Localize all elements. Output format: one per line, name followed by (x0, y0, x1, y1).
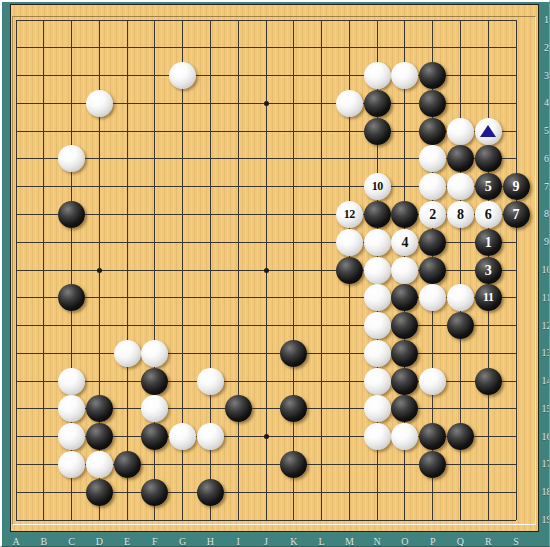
stone-black-R6 (475, 145, 502, 172)
column-label-A: A (12, 537, 19, 547)
column-label-P: P (430, 537, 436, 547)
go-applet-window: 105912286741311 ABCDEFGHIJKLMNOPQRS12345… (0, 0, 550, 547)
stone-black-O13 (391, 340, 418, 367)
stone-white-P14 (419, 368, 446, 395)
stone-black-F16 (141, 423, 168, 450)
stone-white-Q5 (447, 118, 474, 145)
column-label-M: M (345, 537, 354, 547)
row-label-4: 4 (541, 98, 550, 108)
row-label-13: 13 (541, 348, 550, 358)
stone-black-P5 (419, 118, 446, 145)
move-number-2: 2 (419, 201, 446, 228)
stone-black-F14 (141, 368, 168, 395)
row-label-15: 15 (541, 404, 550, 414)
stone-black-Q16 (447, 423, 474, 450)
stone-white-N10 (364, 257, 391, 284)
stone-white-P8: 2 (419, 201, 446, 228)
stone-white-O3 (391, 62, 418, 89)
move-number-1: 1 (475, 229, 502, 256)
stone-white-C14 (58, 368, 85, 395)
stone-black-D15 (86, 395, 113, 422)
stone-white-N12 (364, 312, 391, 339)
stone-black-N8 (364, 201, 391, 228)
column-label-N: N (374, 537, 381, 547)
row-label-12: 12 (541, 321, 550, 331)
move-number-8: 8 (447, 201, 474, 228)
column-label-E: E (124, 537, 130, 547)
stone-white-N13 (364, 340, 391, 367)
stone-white-M4 (336, 90, 363, 117)
stone-white-R8: 6 (475, 201, 502, 228)
stone-black-P16 (419, 423, 446, 450)
stone-black-O14 (391, 368, 418, 395)
move-number-7: 7 (503, 201, 530, 228)
stone-white-C17 (58, 451, 85, 478)
star-point-J10 (264, 268, 269, 273)
row-label-1: 1 (541, 15, 550, 25)
column-label-Q: Q (457, 537, 464, 547)
move-number-4: 4 (391, 229, 418, 256)
star-point-J16 (264, 434, 269, 439)
grid-line-horizontal (16, 520, 516, 521)
star-point-D10 (97, 268, 102, 273)
column-label-I: I (237, 537, 240, 547)
move-number-12: 12 (336, 201, 363, 228)
stone-black-R7: 5 (475, 173, 502, 200)
column-label-C: C (68, 537, 75, 547)
stone-white-Q7 (447, 173, 474, 200)
row-label-17: 17 (541, 459, 550, 469)
stone-black-O15 (391, 395, 418, 422)
stone-black-M10 (336, 257, 363, 284)
column-label-L: L (319, 537, 325, 547)
stone-black-C11 (58, 284, 85, 311)
grid-line-horizontal (16, 325, 516, 326)
stone-black-P9 (419, 229, 446, 256)
grid-line-vertical (293, 20, 294, 520)
triangle-mark (480, 125, 496, 137)
stone-black-R9: 1 (475, 229, 502, 256)
grid-line-vertical (321, 20, 322, 520)
stone-white-N9 (364, 229, 391, 256)
stone-white-N7: 10 (364, 173, 391, 200)
column-label-R: R (485, 537, 492, 547)
row-label-9: 9 (541, 237, 550, 247)
stone-black-O12 (391, 312, 418, 339)
stone-white-N16 (364, 423, 391, 450)
stone-black-N5 (364, 118, 391, 145)
stone-black-I15 (225, 395, 252, 422)
stone-black-D16 (86, 423, 113, 450)
row-label-18: 18 (541, 487, 550, 497)
stone-black-D18 (86, 479, 113, 506)
stone-black-C8 (58, 201, 85, 228)
go-board[interactable]: 105912286741311 (10, 4, 539, 532)
stone-white-O10 (391, 257, 418, 284)
grid-line-vertical (516, 20, 517, 520)
stone-white-P7 (419, 173, 446, 200)
stone-white-E13 (114, 340, 141, 367)
stone-white-H14 (197, 368, 224, 395)
move-number-10: 10 (364, 173, 391, 200)
stone-white-F15 (141, 395, 168, 422)
stone-white-C15 (58, 395, 85, 422)
stone-white-Q8: 8 (447, 201, 474, 228)
stone-black-H18 (197, 479, 224, 506)
stone-black-P17 (419, 451, 446, 478)
stone-black-P10 (419, 257, 446, 284)
move-number-11: 11 (475, 284, 502, 311)
row-label-10: 10 (541, 265, 550, 275)
stone-white-R5 (475, 118, 502, 145)
star-point-J4 (264, 101, 269, 106)
move-number-5: 5 (475, 173, 502, 200)
stone-white-O16 (391, 423, 418, 450)
stone-white-Q11 (447, 284, 474, 311)
stone-white-H16 (197, 423, 224, 450)
move-number-6: 6 (475, 201, 502, 228)
column-label-K: K (290, 537, 297, 547)
stone-white-P6 (419, 145, 446, 172)
move-number-9: 9 (503, 173, 530, 200)
column-label-J: J (264, 537, 268, 547)
stone-white-D17 (86, 451, 113, 478)
row-label-2: 2 (541, 43, 550, 53)
stone-white-M8: 12 (336, 201, 363, 228)
stone-white-N3 (364, 62, 391, 89)
stone-white-F13 (141, 340, 168, 367)
stone-black-N4 (364, 90, 391, 117)
row-label-14: 14 (541, 376, 550, 386)
stone-white-N15 (364, 395, 391, 422)
row-label-3: 3 (541, 71, 550, 81)
stone-black-R14 (475, 368, 502, 395)
row-label-16: 16 (541, 432, 550, 442)
stone-black-Q6 (447, 145, 474, 172)
stone-white-P11 (419, 284, 446, 311)
stone-black-Q12 (447, 312, 474, 339)
stone-black-K17 (280, 451, 307, 478)
row-label-5: 5 (541, 126, 550, 136)
stone-black-K15 (280, 395, 307, 422)
row-label-11: 11 (541, 293, 550, 303)
stone-white-O9: 4 (391, 229, 418, 256)
column-label-B: B (40, 537, 47, 547)
stone-white-C16 (58, 423, 85, 450)
stone-black-R11: 11 (475, 284, 502, 311)
column-label-O: O (401, 537, 408, 547)
stone-black-P4 (419, 90, 446, 117)
stone-black-O8 (391, 201, 418, 228)
row-label-8: 8 (541, 209, 550, 219)
grid-line-horizontal (16, 353, 516, 354)
stone-black-O11 (391, 284, 418, 311)
move-number-3: 3 (475, 257, 502, 284)
row-label-6: 6 (541, 154, 550, 164)
stone-black-S8: 7 (503, 201, 530, 228)
stone-black-E17 (114, 451, 141, 478)
column-label-D: D (96, 537, 103, 547)
stone-black-S7: 9 (503, 173, 530, 200)
column-label-F: F (152, 537, 158, 547)
stone-black-F18 (141, 479, 168, 506)
row-label-19: 19 (541, 515, 550, 525)
stone-white-G16 (169, 423, 196, 450)
board-grid-area[interactable]: 105912286741311 (16, 20, 517, 521)
column-label-H: H (207, 537, 214, 547)
row-label-7: 7 (541, 182, 550, 192)
stone-white-D4 (86, 90, 113, 117)
stone-black-K13 (280, 340, 307, 367)
column-label-S: S (513, 537, 519, 547)
column-label-G: G (179, 537, 186, 547)
stone-white-G3 (169, 62, 196, 89)
stone-white-M9 (336, 229, 363, 256)
stone-black-R10: 3 (475, 257, 502, 284)
stone-black-P3 (419, 62, 446, 89)
stone-white-C6 (58, 145, 85, 172)
stone-white-N14 (364, 368, 391, 395)
stone-white-N11 (364, 284, 391, 311)
